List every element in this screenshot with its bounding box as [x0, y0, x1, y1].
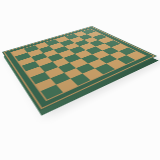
board-photo — [0, 0, 160, 160]
photo-background: { "meta": { "description": "Angled overh… — [0, 0, 160, 160]
